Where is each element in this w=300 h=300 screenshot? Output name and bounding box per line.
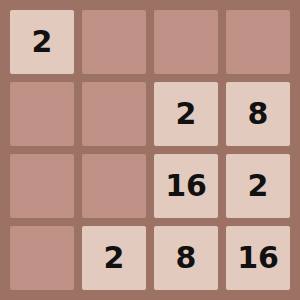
game-board-2048[interactable]: 2281622816 (0, 0, 300, 300)
empty-cell-r1c4 (226, 10, 290, 74)
empty-cell-r2c2 (82, 82, 146, 146)
empty-cell-r3c2 (82, 154, 146, 218)
tile-2-r3c4: 2 (226, 154, 290, 218)
tile-16-r4c4: 16 (226, 226, 290, 290)
empty-cell-r1c2 (82, 10, 146, 74)
tile-2-r1c1: 2 (10, 10, 74, 74)
empty-cell-r4c1 (10, 226, 74, 290)
tile-2-r2c3: 2 (154, 82, 218, 146)
empty-cell-r3c1 (10, 154, 74, 218)
tile-16-r3c3: 16 (154, 154, 218, 218)
empty-cell-r2c1 (10, 82, 74, 146)
tile-2-r4c2: 2 (82, 226, 146, 290)
empty-cell-r1c3 (154, 10, 218, 74)
tile-8-r4c3: 8 (154, 226, 218, 290)
tile-8-r2c4: 8 (226, 82, 290, 146)
